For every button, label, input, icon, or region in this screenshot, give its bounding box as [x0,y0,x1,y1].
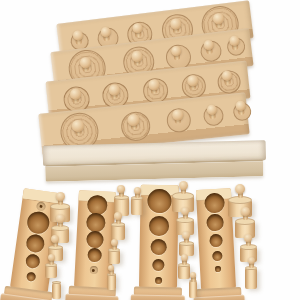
standing-cylinder-col2 [108,248,120,264]
cylinder-body [189,281,197,298]
base-slab-lower [131,295,185,300]
cylinder-body [131,198,143,215]
standing-cylinder-col1 [45,263,57,278]
cylinder-body [178,265,190,279]
socket-hole [36,201,46,211]
cylinder-body [108,250,120,264]
montessori-cylinder-blocks-photo [0,0,300,300]
knob [181,254,188,261]
socket-hole [206,213,224,231]
cylinder-body [245,268,257,289]
knob [181,207,189,215]
socket-hole [204,193,225,214]
standing-cylinder-col2 [111,222,125,240]
socket-hole [25,253,41,269]
socket-hole [214,266,220,272]
socket-hole [86,230,104,248]
standing-cylinder-col3 [189,280,197,298]
standing-cylinder-col4 [245,266,257,289]
knob [56,192,65,201]
knob [241,207,250,216]
knob [111,239,118,246]
socket-hole [212,251,223,262]
socket-hole [89,266,97,274]
socket-hole [26,271,36,281]
standing-cylinder-col2 [131,196,143,215]
knob [48,254,55,261]
standing-cylinder-col2 [107,273,116,290]
socket-hole [155,276,162,283]
knob [190,272,196,278]
socket-hole [25,233,45,253]
knob [235,184,245,194]
standing-cylinder-col3 [178,263,190,279]
socket-hole [152,259,164,271]
socket-hole [151,239,167,255]
cylinder-top [52,281,61,284]
pilot-dot [92,268,95,271]
knob [114,212,122,220]
socket-hole [149,216,169,236]
bottom-row [0,0,300,300]
socket-hole [209,233,223,247]
socket-hole [86,212,106,232]
cylinder-body [52,282,61,299]
knob [134,187,141,194]
cylinder-body [107,274,116,290]
pilot-dot [39,204,42,207]
socket-hole [147,189,171,213]
knob [117,185,125,193]
knob [248,257,255,264]
knob [56,214,65,223]
knob [179,181,188,190]
knob [51,235,59,243]
socket-hole [87,248,102,263]
knob [244,234,252,242]
socket-hole [26,210,51,235]
standing-cylinder-col1 [52,281,61,299]
knob [182,231,190,239]
knob [108,265,114,271]
